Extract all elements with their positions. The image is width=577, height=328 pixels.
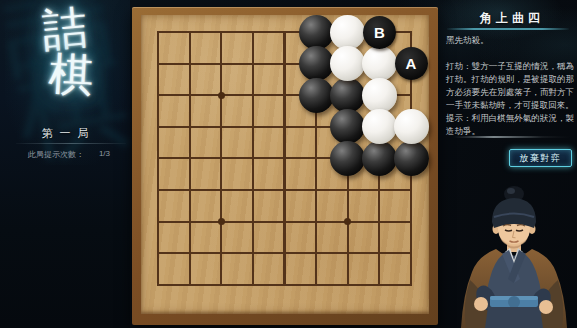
board-frame: BA <box>132 7 438 325</box>
white-stone <box>362 109 397 144</box>
character-portrait <box>450 186 577 328</box>
white-stone <box>362 78 397 113</box>
black-stone <box>299 15 334 50</box>
hint-counter-value: 1/3 <box>99 149 110 160</box>
puzzle-hint-text: 提示：利用白棋無外氣的狀況，製造劫爭。 <box>446 112 574 138</box>
white-stone <box>362 46 397 81</box>
ko-rule-text: 打劫：雙方一子互提的情況，稱為打劫。打劫的規則，是被提取的那方必須要先在別處落子… <box>446 60 574 112</box>
stones-layer: BA <box>132 7 438 325</box>
hint-counter: 此局提示次數： 1/3 <box>28 149 110 160</box>
puzzle-mode-title: 詰 棋 <box>28 6 102 98</box>
puzzle-description: 黑先劫殺。 打劫：雙方一子互提的情況，稱為打劫。打劫的規則，是被提取的那方必須要… <box>446 34 574 138</box>
black-stone <box>299 78 334 113</box>
black-stone <box>299 46 334 81</box>
white-stone <box>394 109 429 144</box>
puzzle-task: 黑先劫殺。 <box>446 34 574 47</box>
light-streak-decoration <box>452 136 572 138</box>
hint-counter-label: 此局提示次數： <box>28 149 84 160</box>
title-underline <box>447 28 569 30</box>
black-stone <box>362 141 397 176</box>
white-stone <box>330 46 365 81</box>
resign-button[interactable]: 放棄對弈 <box>509 149 572 167</box>
go-puzzle-screen: 詰 棋 詰 棋 第一局 此局提示次數： 1/3 BA 角上曲四 黑先劫殺。 打劫… <box>0 0 577 328</box>
puzzle-title: 角上曲四 <box>443 10 577 27</box>
black-stone <box>330 109 365 144</box>
sidebar-divider <box>16 143 126 144</box>
black-stone <box>330 141 365 176</box>
black-stone <box>330 78 365 113</box>
white-stone <box>330 15 365 50</box>
move-option-B[interactable]: B <box>363 16 396 49</box>
calligraphy-char-2: 棋 <box>39 50 103 99</box>
round-label: 第一局 <box>0 126 130 141</box>
move-option-A[interactable]: A <box>395 47 428 80</box>
sidebar: 詰 棋 詰 棋 第一局 此局提示次數： 1/3 <box>0 0 130 328</box>
black-stone <box>394 141 429 176</box>
